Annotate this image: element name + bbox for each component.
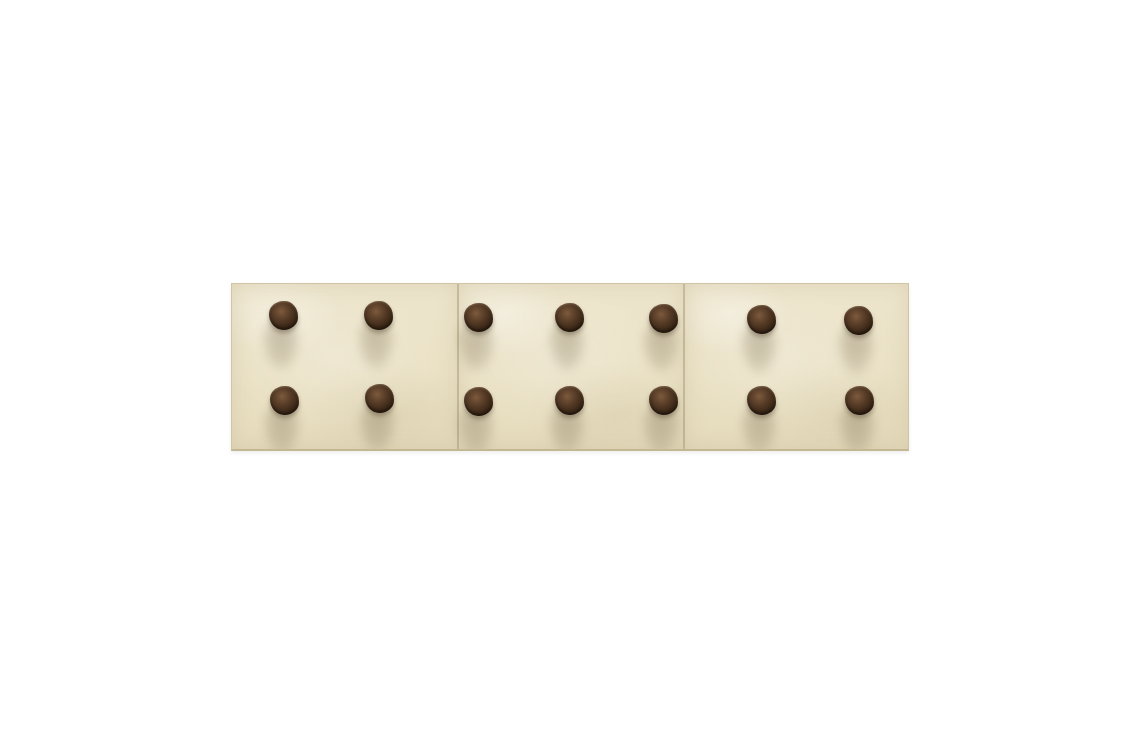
product-photo-canvas	[0, 0, 1140, 740]
peg-rack	[231, 283, 909, 451]
leather-knob	[649, 386, 678, 415]
leather-knob	[747, 305, 776, 334]
leather-knob	[844, 306, 873, 335]
leather-knob	[464, 387, 493, 416]
leather-knob	[845, 386, 874, 415]
leather-knob	[747, 386, 776, 415]
leather-knob	[365, 384, 394, 413]
leather-knob	[269, 301, 298, 330]
knob-layer	[232, 284, 908, 449]
leather-knob	[555, 303, 584, 332]
leather-knob	[649, 304, 678, 333]
leather-knob	[364, 301, 393, 330]
leather-knob	[270, 386, 299, 415]
leather-knob	[464, 303, 493, 332]
leather-knob	[555, 386, 584, 415]
